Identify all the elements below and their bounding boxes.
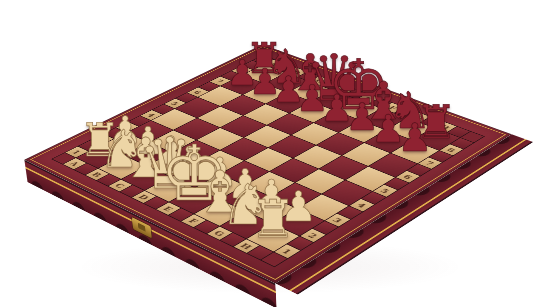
brass-clasp — [131, 217, 151, 238]
piece-red-pawn[interactable]: ♟ — [398, 119, 433, 158]
product-photo-background: ABCDEFGH 87654321 87654321 ABCDEFGH ♜♞♝♛… — [0, 0, 533, 307]
piece-white-rook[interactable]: ♜ — [250, 194, 296, 246]
chess-set-scene: ABCDEFGH 87654321 87654321 ABCDEFGH ♜♞♝♛… — [0, 0, 533, 307]
